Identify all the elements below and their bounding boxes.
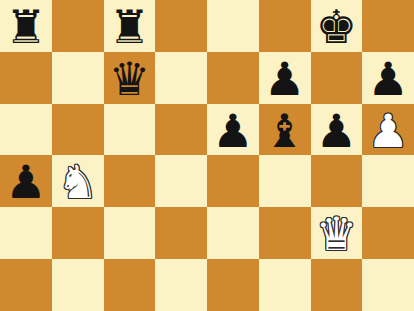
square-d5[interactable] xyxy=(155,155,207,207)
square-b5[interactable]: ♞ xyxy=(52,155,104,207)
square-h7[interactable]: ♟ xyxy=(362,52,414,104)
black-pawn-piece[interactable]: ♟ xyxy=(212,108,253,154)
black-pawn-piece[interactable]: ♟ xyxy=(5,159,46,205)
square-c6[interactable] xyxy=(104,104,156,156)
square-c4[interactable] xyxy=(104,207,156,259)
square-a3[interactable] xyxy=(0,259,52,311)
square-g7[interactable] xyxy=(311,52,363,104)
square-g6[interactable]: ♟ xyxy=(311,104,363,156)
square-e4[interactable] xyxy=(207,207,259,259)
square-h6[interactable]: ♟ xyxy=(362,104,414,156)
black-pawn-piece[interactable]: ♟ xyxy=(264,56,305,102)
black-queen-piece[interactable]: ♛ xyxy=(109,56,150,102)
square-e8[interactable] xyxy=(207,0,259,52)
square-f4[interactable] xyxy=(259,207,311,259)
square-b6[interactable] xyxy=(52,104,104,156)
square-g3[interactable] xyxy=(311,259,363,311)
chess-app-screen: ♜♜♚♛♟♟♟♝♟♟♟♞♛ xyxy=(0,0,414,311)
square-c3[interactable] xyxy=(104,259,156,311)
square-a4[interactable] xyxy=(0,207,52,259)
square-h8[interactable] xyxy=(362,0,414,52)
square-d4[interactable] xyxy=(155,207,207,259)
square-a7[interactable] xyxy=(0,52,52,104)
black-rook-piece[interactable]: ♜ xyxy=(5,4,46,50)
square-e7[interactable] xyxy=(207,52,259,104)
black-pawn-piece[interactable]: ♟ xyxy=(368,56,409,102)
square-a8[interactable]: ♜ xyxy=(0,0,52,52)
square-h5[interactable] xyxy=(362,155,414,207)
white-pawn-piece[interactable]: ♟ xyxy=(368,108,409,154)
square-e6[interactable]: ♟ xyxy=(207,104,259,156)
white-knight-piece[interactable]: ♞ xyxy=(57,159,98,205)
square-b4[interactable] xyxy=(52,207,104,259)
square-e3[interactable] xyxy=(207,259,259,311)
square-d6[interactable] xyxy=(155,104,207,156)
square-f7[interactable]: ♟ xyxy=(259,52,311,104)
square-f3[interactable] xyxy=(259,259,311,311)
square-g4[interactable]: ♛ xyxy=(311,207,363,259)
square-c5[interactable] xyxy=(104,155,156,207)
chess-board: ♜♜♚♛♟♟♟♝♟♟♟♞♛ xyxy=(0,0,414,311)
black-pawn-piece[interactable]: ♟ xyxy=(316,108,357,154)
square-a5[interactable]: ♟ xyxy=(0,155,52,207)
white-queen-piece[interactable]: ♛ xyxy=(316,211,357,257)
black-king-piece[interactable]: ♚ xyxy=(316,4,357,50)
square-h3[interactable] xyxy=(362,259,414,311)
black-rook-piece[interactable]: ♜ xyxy=(109,4,150,50)
square-h4[interactable] xyxy=(362,207,414,259)
square-d8[interactable] xyxy=(155,0,207,52)
square-g8[interactable]: ♚ xyxy=(311,0,363,52)
square-e5[interactable] xyxy=(207,155,259,207)
square-b7[interactable] xyxy=(52,52,104,104)
square-g5[interactable] xyxy=(311,155,363,207)
square-b8[interactable] xyxy=(52,0,104,52)
square-d7[interactable] xyxy=(155,52,207,104)
black-bishop-piece[interactable]: ♝ xyxy=(264,108,305,154)
square-c7[interactable]: ♛ xyxy=(104,52,156,104)
square-f5[interactable] xyxy=(259,155,311,207)
square-f8[interactable] xyxy=(259,0,311,52)
square-f6[interactable]: ♝ xyxy=(259,104,311,156)
square-a6[interactable] xyxy=(0,104,52,156)
square-d3[interactable] xyxy=(155,259,207,311)
square-b3[interactable] xyxy=(52,259,104,311)
square-c8[interactable]: ♜ xyxy=(104,0,156,52)
